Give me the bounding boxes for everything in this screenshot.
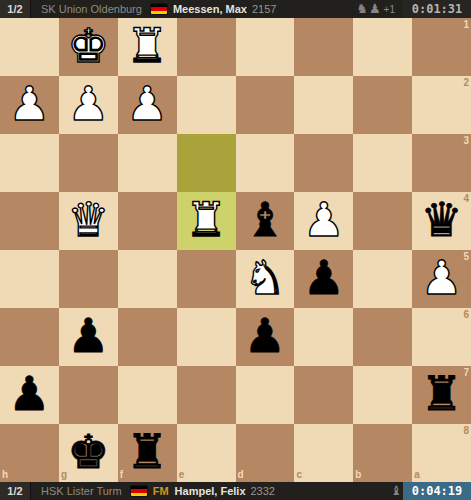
square-d3[interactable] xyxy=(236,134,295,192)
rank-label-2: 2 xyxy=(463,78,469,88)
square-a6[interactable]: 6 xyxy=(412,308,471,366)
rank-label-6: 6 xyxy=(463,310,469,320)
white-pawn[interactable]: ♟ xyxy=(126,80,168,127)
rank-label-3: 3 xyxy=(463,136,469,146)
square-g6[interactable]: ♟ xyxy=(59,308,118,366)
square-b8[interactable]: b xyxy=(353,424,412,482)
square-f1[interactable]: ♜ xyxy=(118,18,177,76)
black-rook[interactable]: ♜ xyxy=(126,428,168,475)
rank-label-8: 8 xyxy=(463,426,469,436)
square-e1[interactable] xyxy=(177,18,236,76)
top-player-name: Meessen, Max xyxy=(173,3,247,15)
bishop-icon: ♝ xyxy=(390,482,402,500)
white-pawn[interactable]: ♟ xyxy=(67,80,109,127)
file-label-d: d xyxy=(238,470,244,480)
square-f4[interactable] xyxy=(118,192,177,250)
square-h8[interactable]: h xyxy=(0,424,59,482)
file-label-f: f xyxy=(120,470,123,480)
square-c6[interactable] xyxy=(294,308,353,366)
white-king[interactable]: ♚ xyxy=(67,22,109,69)
bottom-player-title: FM xyxy=(153,485,169,497)
square-a1[interactable]: 1 xyxy=(412,18,471,76)
file-label-e: e xyxy=(179,470,185,480)
square-d2[interactable] xyxy=(236,76,295,134)
germany-flag-icon xyxy=(151,4,167,14)
square-a2[interactable]: 2 xyxy=(412,76,471,134)
square-b1[interactable] xyxy=(353,18,412,76)
file-label-c: c xyxy=(296,470,302,480)
bottom-player-rating: 2332 xyxy=(251,485,275,497)
square-c8[interactable]: c xyxy=(294,424,353,482)
file-label-h: h xyxy=(2,470,8,480)
bottom-player-name: Hampel, Felix xyxy=(175,485,246,497)
black-pawn[interactable]: ♟ xyxy=(244,312,286,359)
square-c2[interactable] xyxy=(294,76,353,134)
square-g4[interactable]: ♛ xyxy=(59,192,118,250)
square-g3[interactable] xyxy=(59,134,118,192)
square-g1[interactable]: ♚ xyxy=(59,18,118,76)
square-g2[interactable]: ♟ xyxy=(59,76,118,134)
square-a5[interactable]: 5♟ xyxy=(412,250,471,308)
square-c5[interactable]: ♟ xyxy=(294,250,353,308)
square-f5[interactable] xyxy=(118,250,177,308)
bottom-player-bar: 1/2 HSK Lister Turm FM Hampel, Felix 233… xyxy=(0,482,471,500)
chess-board[interactable]: ♚♜1♟♟♟23♛♜♝♟4♛♞♟5♟♟♟6♟7♜hg♚f♜edcb8a xyxy=(0,18,471,482)
square-d4[interactable]: ♝ xyxy=(236,192,295,250)
bottom-player-clock: 0:04:19 xyxy=(403,482,471,500)
white-pawn[interactable]: ♟ xyxy=(303,196,345,243)
square-c1[interactable] xyxy=(294,18,353,76)
square-g5[interactable] xyxy=(59,250,118,308)
knight-icon: ♞ xyxy=(356,0,368,18)
pawn-icon: ♟ xyxy=(369,0,381,18)
black-queen[interactable]: ♛ xyxy=(420,196,462,243)
square-d1[interactable] xyxy=(236,18,295,76)
black-pawn[interactable]: ♟ xyxy=(67,312,109,359)
top-match-score: 1/2 xyxy=(0,0,31,18)
germany-flag-icon xyxy=(131,486,147,496)
square-e3[interactable] xyxy=(177,134,236,192)
square-b7[interactable] xyxy=(353,366,412,424)
rank-label-1: 1 xyxy=(463,20,469,30)
top-player-rating: 2157 xyxy=(252,3,276,15)
white-pawn[interactable]: ♟ xyxy=(8,80,50,127)
file-label-a: a xyxy=(414,470,420,480)
white-rook[interactable]: ♜ xyxy=(126,22,168,69)
square-e6[interactable] xyxy=(177,308,236,366)
square-h7[interactable]: ♟ xyxy=(0,366,59,424)
top-player-clock: 0:01:31 xyxy=(403,0,471,18)
square-f2[interactable]: ♟ xyxy=(118,76,177,134)
square-b3[interactable] xyxy=(353,134,412,192)
square-b4[interactable] xyxy=(353,192,412,250)
square-g8[interactable]: g♚ xyxy=(59,424,118,482)
square-b6[interactable] xyxy=(353,308,412,366)
square-h6[interactable] xyxy=(0,308,59,366)
square-h3[interactable] xyxy=(0,134,59,192)
square-e2[interactable] xyxy=(177,76,236,134)
file-label-b: b xyxy=(355,470,361,480)
square-d6[interactable]: ♟ xyxy=(236,308,295,366)
rank-label-4: 4 xyxy=(463,194,469,204)
square-h5[interactable] xyxy=(0,250,59,308)
square-d8[interactable]: d xyxy=(236,424,295,482)
bottom-club-name: HSK Lister Turm xyxy=(41,485,122,497)
square-a4[interactable]: 4♛ xyxy=(412,192,471,250)
square-f3[interactable] xyxy=(118,134,177,192)
square-e8[interactable]: e xyxy=(177,424,236,482)
square-e7[interactable] xyxy=(177,366,236,424)
rank-label-7: 7 xyxy=(463,368,469,378)
square-b2[interactable] xyxy=(353,76,412,134)
black-pawn[interactable]: ♟ xyxy=(8,370,50,417)
square-h4[interactable] xyxy=(0,192,59,250)
top-player-bar: 1/2 SK Union Oldenburg Meessen, Max 2157… xyxy=(0,0,471,18)
black-pawn[interactable]: ♟ xyxy=(303,254,345,301)
black-king[interactable]: ♚ xyxy=(67,428,109,475)
square-e4[interactable]: ♜ xyxy=(177,192,236,250)
black-bishop[interactable]: ♝ xyxy=(244,196,286,243)
square-d5[interactable]: ♞ xyxy=(236,250,295,308)
square-c3[interactable] xyxy=(294,134,353,192)
square-c4[interactable]: ♟ xyxy=(294,192,353,250)
bottom-match-score: 1/2 xyxy=(0,482,31,500)
white-knight[interactable]: ♞ xyxy=(244,254,286,301)
top-club-name: SK Union Oldenburg xyxy=(41,3,142,15)
square-h2[interactable]: ♟ xyxy=(0,76,59,134)
square-f8[interactable]: f♜ xyxy=(118,424,177,482)
black-rook[interactable]: ♜ xyxy=(420,370,462,417)
white-pawn[interactable]: ♟ xyxy=(420,254,462,301)
square-a8[interactable]: 8a xyxy=(412,424,471,482)
square-f7[interactable] xyxy=(118,366,177,424)
square-g7[interactable] xyxy=(59,366,118,424)
square-d7[interactable] xyxy=(236,366,295,424)
file-label-g: g xyxy=(61,470,67,480)
white-rook[interactable]: ♜ xyxy=(185,196,227,243)
square-h1[interactable] xyxy=(0,18,59,76)
material-advantage: +1 xyxy=(384,4,395,15)
white-queen[interactable]: ♛ xyxy=(67,196,109,243)
rank-label-5: 5 xyxy=(463,252,469,262)
square-a7[interactable]: 7♜ xyxy=(412,366,471,424)
square-a3[interactable]: 3 xyxy=(412,134,471,192)
square-b5[interactable] xyxy=(353,250,412,308)
square-f6[interactable] xyxy=(118,308,177,366)
square-c7[interactable] xyxy=(294,366,353,424)
square-e5[interactable] xyxy=(177,250,236,308)
